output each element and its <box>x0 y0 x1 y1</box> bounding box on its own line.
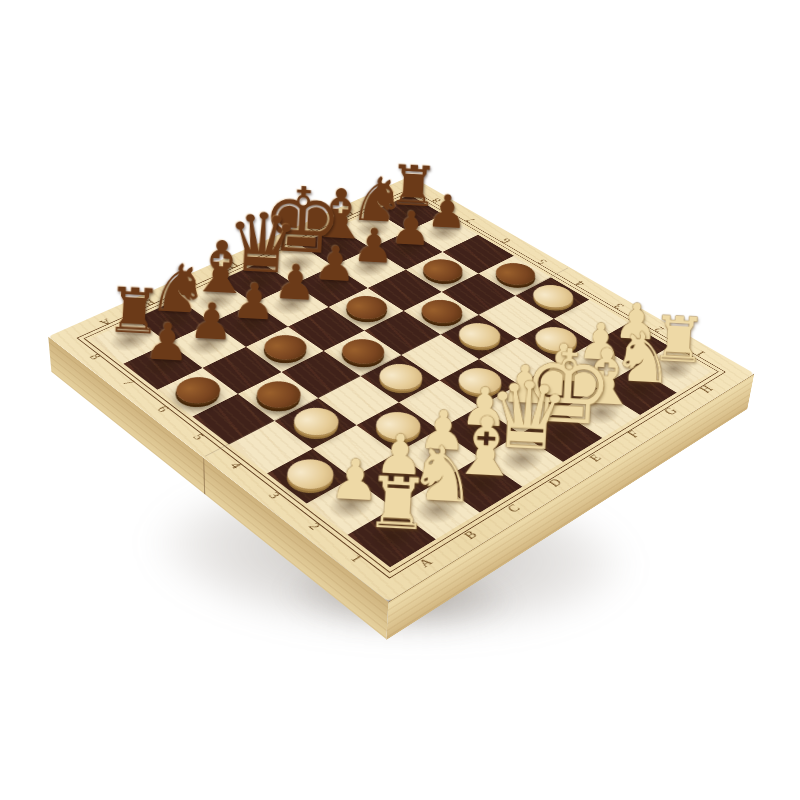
label-rank-left-7: 7 <box>119 378 137 388</box>
label-rank-right-5: 5 <box>535 257 550 265</box>
label-rank-left-6: 6 <box>153 404 171 414</box>
piece-dark-pawn-a7[interactable]: ♟ <box>104 314 229 371</box>
label-rank-left-5: 5 <box>189 431 208 442</box>
piece-light-rook-a1[interactable]: ♜ <box>327 465 467 543</box>
label-file-near-a: A <box>415 555 437 570</box>
product-photo: AABBCCDDEEFFGGHH8877665544332211♜♞♝♛♚♝♞♜… <box>0 0 800 800</box>
perspective-stage: AABBCCDDEEFFGGHH8877665544332211♜♞♝♛♚♝♞♜… <box>139 92 664 617</box>
label-rank-left-1: 1 <box>346 552 366 565</box>
label-rank-right-6: 6 <box>499 236 514 244</box>
label-rank-right-4: 4 <box>572 279 587 287</box>
label-rank-left-4: 4 <box>226 460 245 471</box>
label-rank-left-8: 8 <box>85 352 103 362</box>
label-rank-left-3: 3 <box>264 490 283 502</box>
label-rank-left-2: 2 <box>304 520 323 532</box>
scene-tilt: AABBCCDDEEFFGGHH8877665544332211♜♞♝♛♚♝♞♜… <box>0 0 800 800</box>
